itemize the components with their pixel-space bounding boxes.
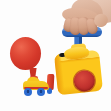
box-left-shade [53, 54, 64, 96]
red-balloon [10, 37, 41, 70]
toy-car-front-wheel [24, 88, 33, 97]
toy-car-rear-wheel [37, 88, 46, 97]
launch-button [72, 69, 95, 92]
toy-product-photo [0, 0, 111, 111]
